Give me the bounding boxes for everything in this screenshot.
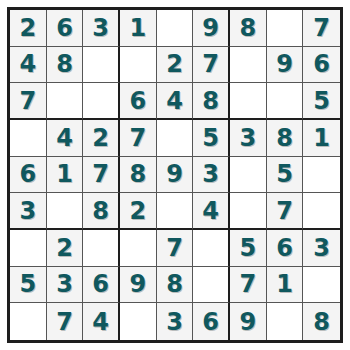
cell-r1c8[interactable]	[267, 10, 304, 47]
cell-r8c9[interactable]	[303, 267, 340, 304]
cell-r3c1: 7	[10, 83, 47, 120]
cell-r3c6: 8	[193, 83, 230, 120]
cell-r3c3[interactable]	[83, 83, 120, 120]
cell-r2c8: 9	[267, 47, 304, 84]
cell-r5c9[interactable]	[303, 157, 340, 194]
cell-r6c7[interactable]	[230, 193, 267, 230]
cell-r8c2: 3	[47, 267, 84, 304]
cell-r2c3[interactable]	[83, 47, 120, 84]
cell-r6c1: 3	[10, 193, 47, 230]
cell-r1c3: 3	[83, 10, 120, 47]
cell-r9c1[interactable]	[10, 303, 47, 340]
cell-r8c4: 9	[120, 267, 157, 304]
cell-r2c1: 4	[10, 47, 47, 84]
cell-r6c8: 7	[267, 193, 304, 230]
cell-r4c5[interactable]	[157, 120, 194, 157]
cell-r7c2: 2	[47, 230, 84, 267]
cell-r7c4[interactable]	[120, 230, 157, 267]
cell-r6c6: 4	[193, 193, 230, 230]
cell-r6c2[interactable]	[47, 193, 84, 230]
cell-r8c5: 8	[157, 267, 194, 304]
cell-r4c2: 4	[47, 120, 84, 157]
cell-r1c4: 1	[120, 10, 157, 47]
cell-r9c8[interactable]	[267, 303, 304, 340]
cell-r5c2: 1	[47, 157, 84, 194]
cell-r3c8[interactable]	[267, 83, 304, 120]
cell-r6c3: 8	[83, 193, 120, 230]
cell-r8c7: 7	[230, 267, 267, 304]
cell-r4c8: 8	[267, 120, 304, 157]
cell-r2c2: 8	[47, 47, 84, 84]
cell-r5c5: 9	[157, 157, 194, 194]
cell-r1c1: 2	[10, 10, 47, 47]
cell-r4c6: 5	[193, 120, 230, 157]
cell-r6c9[interactable]	[303, 193, 340, 230]
cell-r9c6: 6	[193, 303, 230, 340]
cell-r5c4: 8	[120, 157, 157, 194]
cell-r4c3: 2	[83, 120, 120, 157]
cell-r7c3[interactable]	[83, 230, 120, 267]
cell-r1c7: 8	[230, 10, 267, 47]
cell-r2c9: 6	[303, 47, 340, 84]
cell-r2c6: 7	[193, 47, 230, 84]
cell-r5c7[interactable]	[230, 157, 267, 194]
cell-r7c1[interactable]	[10, 230, 47, 267]
cell-r7c7: 5	[230, 230, 267, 267]
cell-r8c6[interactable]	[193, 267, 230, 304]
cell-r4c9: 1	[303, 120, 340, 157]
cell-r3c2[interactable]	[47, 83, 84, 120]
cell-r8c1: 5	[10, 267, 47, 304]
sudoku-board: 2631987482796764854275381617893538247275…	[7, 7, 343, 343]
cell-r9c3: 4	[83, 303, 120, 340]
cell-r3c7[interactable]	[230, 83, 267, 120]
cell-r4c7: 3	[230, 120, 267, 157]
cell-r4c4: 7	[120, 120, 157, 157]
cell-r2c7[interactable]	[230, 47, 267, 84]
cell-r9c9: 8	[303, 303, 340, 340]
cell-r1c9: 7	[303, 10, 340, 47]
cell-r5c1: 6	[10, 157, 47, 194]
cell-r1c5[interactable]	[157, 10, 194, 47]
cell-r9c2: 7	[47, 303, 84, 340]
cell-r7c6[interactable]	[193, 230, 230, 267]
cell-r1c2: 6	[47, 10, 84, 47]
cell-r9c4[interactable]	[120, 303, 157, 340]
cell-r5c6: 3	[193, 157, 230, 194]
cell-r2c5: 2	[157, 47, 194, 84]
cell-r7c5: 7	[157, 230, 194, 267]
cell-r9c5: 3	[157, 303, 194, 340]
cell-r8c3: 6	[83, 267, 120, 304]
cell-r6c5[interactable]	[157, 193, 194, 230]
cell-r6c4: 2	[120, 193, 157, 230]
cell-r5c8: 5	[267, 157, 304, 194]
cell-r1c6: 9	[193, 10, 230, 47]
cell-r8c8: 1	[267, 267, 304, 304]
cell-r3c4: 6	[120, 83, 157, 120]
cell-r3c9: 5	[303, 83, 340, 120]
cell-r9c7: 9	[230, 303, 267, 340]
cell-r7c8: 6	[267, 230, 304, 267]
cell-r4c1[interactable]	[10, 120, 47, 157]
page: 2631987482796764854275381617893538247275…	[0, 0, 350, 350]
cell-r7c9: 3	[303, 230, 340, 267]
cell-r5c3: 7	[83, 157, 120, 194]
cell-r2c4[interactable]	[120, 47, 157, 84]
cell-r3c5: 4	[157, 83, 194, 120]
